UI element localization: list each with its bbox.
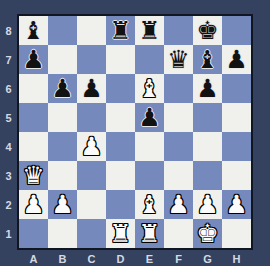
- square-g6[interactable]: ♟: [193, 74, 222, 103]
- square-h8[interactable]: [222, 16, 251, 45]
- square-f2[interactable]: ♟: [164, 190, 193, 219]
- square-b6[interactable]: ♟: [48, 74, 77, 103]
- rank-label-4: 4: [0, 132, 17, 161]
- square-b2[interactable]: ♟: [48, 190, 77, 219]
- square-d3[interactable]: [106, 161, 135, 190]
- square-g7[interactable]: ♝: [193, 45, 222, 74]
- rank-label-7: 7: [0, 45, 17, 74]
- square-c2[interactable]: [77, 190, 106, 219]
- square-b4[interactable]: [48, 132, 77, 161]
- rank-label-6: 6: [0, 74, 17, 103]
- piece-black-pawn: ♟: [196, 74, 218, 103]
- square-h3[interactable]: [222, 161, 251, 190]
- square-e4[interactable]: [135, 132, 164, 161]
- rank-label-5: 5: [0, 103, 17, 132]
- piece-white-pawn: ♟: [167, 190, 189, 219]
- square-a6[interactable]: [19, 74, 48, 103]
- square-b3[interactable]: [48, 161, 77, 190]
- square-g1[interactable]: ♚: [193, 219, 222, 248]
- piece-black-rook: ♜: [138, 16, 160, 45]
- piece-white-rook: ♜: [138, 219, 160, 248]
- chess-diagram: 87654321 ♝♜♜♚♟♛♝♟♟♟♝♟♟♟♛♟♟♝♟♟♟♜♜♚ ABCDEF…: [0, 0, 270, 266]
- square-a4[interactable]: [19, 132, 48, 161]
- square-f3[interactable]: [164, 161, 193, 190]
- rank-label-3: 3: [0, 161, 17, 190]
- file-label-d: D: [106, 251, 135, 266]
- square-d1[interactable]: ♜: [106, 219, 135, 248]
- piece-white-pawn: ♟: [225, 190, 247, 219]
- square-h4[interactable]: [222, 132, 251, 161]
- square-e5[interactable]: ♟: [135, 103, 164, 132]
- square-g3[interactable]: [193, 161, 222, 190]
- piece-white-bishop: ♝: [138, 190, 160, 219]
- square-h7[interactable]: ♟: [222, 45, 251, 74]
- square-g5[interactable]: [193, 103, 222, 132]
- piece-black-pawn: ♟: [22, 45, 44, 74]
- square-c7[interactable]: [77, 45, 106, 74]
- file-label-b: B: [48, 251, 77, 266]
- square-d8[interactable]: ♜: [106, 16, 135, 45]
- square-c6[interactable]: ♟: [77, 74, 106, 103]
- square-a3[interactable]: ♛: [19, 161, 48, 190]
- piece-black-king: ♚: [196, 16, 218, 45]
- piece-white-rook: ♜: [109, 219, 131, 248]
- piece-white-pawn: ♟: [22, 190, 44, 219]
- rank-label-8: 8: [0, 16, 17, 45]
- file-label-e: E: [135, 251, 164, 266]
- file-label-h: H: [222, 251, 251, 266]
- square-f6[interactable]: [164, 74, 193, 103]
- square-b7[interactable]: [48, 45, 77, 74]
- square-g4[interactable]: [193, 132, 222, 161]
- square-e1[interactable]: ♜: [135, 219, 164, 248]
- square-e2[interactable]: ♝: [135, 190, 164, 219]
- square-c3[interactable]: [77, 161, 106, 190]
- piece-black-pawn: ♟: [138, 103, 160, 132]
- square-b8[interactable]: [48, 16, 77, 45]
- file-label-g: G: [193, 251, 222, 266]
- square-d4[interactable]: [106, 132, 135, 161]
- square-a2[interactable]: ♟: [19, 190, 48, 219]
- square-g2[interactable]: ♟: [193, 190, 222, 219]
- piece-white-pawn: ♟: [51, 190, 73, 219]
- square-b1[interactable]: [48, 219, 77, 248]
- square-f5[interactable]: [164, 103, 193, 132]
- rank-labels: 87654321: [0, 16, 17, 248]
- piece-black-bishop: ♝: [22, 16, 44, 45]
- rank-label-2: 2: [0, 190, 17, 219]
- square-a1[interactable]: [19, 219, 48, 248]
- piece-white-bishop: ♝: [138, 74, 160, 103]
- square-e8[interactable]: ♜: [135, 16, 164, 45]
- square-f4[interactable]: [164, 132, 193, 161]
- square-c8[interactable]: [77, 16, 106, 45]
- square-h6[interactable]: [222, 74, 251, 103]
- square-d7[interactable]: [106, 45, 135, 74]
- piece-black-pawn: ♟: [80, 74, 102, 103]
- file-labels: ABCDEFGH: [19, 251, 251, 266]
- piece-black-rook: ♜: [109, 16, 131, 45]
- square-f8[interactable]: [164, 16, 193, 45]
- square-c1[interactable]: [77, 219, 106, 248]
- square-d2[interactable]: [106, 190, 135, 219]
- square-f1[interactable]: [164, 219, 193, 248]
- file-label-f: F: [164, 251, 193, 266]
- square-a8[interactable]: ♝: [19, 16, 48, 45]
- square-d5[interactable]: [106, 103, 135, 132]
- piece-white-queen: ♛: [22, 161, 44, 190]
- piece-white-pawn: ♟: [196, 190, 218, 219]
- piece-black-pawn: ♟: [51, 74, 73, 103]
- piece-white-pawn: ♟: [80, 132, 102, 161]
- square-h1[interactable]: [222, 219, 251, 248]
- square-g8[interactable]: ♚: [193, 16, 222, 45]
- square-a5[interactable]: [19, 103, 48, 132]
- piece-black-queen: ♛: [167, 45, 189, 74]
- square-h5[interactable]: [222, 103, 251, 132]
- square-b5[interactable]: [48, 103, 77, 132]
- piece-white-king: ♚: [196, 219, 218, 248]
- piece-black-bishop: ♝: [196, 45, 218, 74]
- file-label-a: A: [19, 251, 48, 266]
- square-d6[interactable]: [106, 74, 135, 103]
- piece-black-pawn: ♟: [225, 45, 247, 74]
- square-e6[interactable]: ♝: [135, 74, 164, 103]
- square-e7[interactable]: [135, 45, 164, 74]
- square-f7[interactable]: ♛: [164, 45, 193, 74]
- rank-label-1: 1: [0, 219, 17, 248]
- square-h2[interactable]: ♟: [222, 190, 251, 219]
- file-label-c: C: [77, 251, 106, 266]
- square-c5[interactable]: [77, 103, 106, 132]
- chess-board: ♝♜♜♚♟♛♝♟♟♟♝♟♟♟♛♟♟♝♟♟♟♜♜♚: [17, 14, 253, 250]
- square-e3[interactable]: [135, 161, 164, 190]
- square-c4[interactable]: ♟: [77, 132, 106, 161]
- square-a7[interactable]: ♟: [19, 45, 48, 74]
